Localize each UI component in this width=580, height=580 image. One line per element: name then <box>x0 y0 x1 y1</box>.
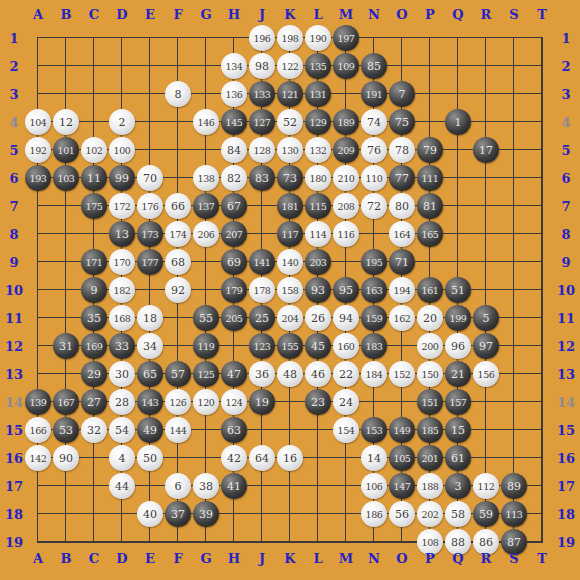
row-label-right-3: 3 <box>561 88 570 101</box>
stone-O16: 105 <box>389 445 415 471</box>
stone-C13: 29 <box>81 361 107 387</box>
stone-H6: 82 <box>221 165 247 191</box>
col-label-bottom-D: D <box>116 552 127 565</box>
stone-K1: 198 <box>277 25 303 51</box>
stone-C9: 171 <box>81 249 107 275</box>
stone-H14: 124 <box>221 389 247 415</box>
col-label-bottom-Q: Q <box>452 552 463 565</box>
stone-K7: 181 <box>277 193 303 219</box>
stone-D14: 28 <box>109 389 135 415</box>
stone-O5: 78 <box>389 137 415 163</box>
col-label-top-S: S <box>509 8 518 21</box>
col-label-bottom-M: M <box>339 552 353 565</box>
row-label-left-5: 5 <box>9 144 18 157</box>
stone-B15: 53 <box>53 417 79 443</box>
stone-O7: 80 <box>389 193 415 219</box>
stone-J12: 123 <box>249 333 275 359</box>
stone-A4: 104 <box>25 109 51 135</box>
stone-K2: 122 <box>277 53 303 79</box>
col-label-bottom-A: A <box>33 552 43 565</box>
stone-D16: 4 <box>109 445 135 471</box>
col-label-bottom-F: F <box>173 552 182 565</box>
stone-P14: 151 <box>417 389 443 415</box>
col-label-top-Q: Q <box>452 8 463 21</box>
row-label-right-5: 5 <box>561 144 570 157</box>
stone-C11: 35 <box>81 305 107 331</box>
stone-L4: 129 <box>305 109 331 135</box>
col-label-top-N: N <box>368 8 380 21</box>
stone-K8: 117 <box>277 221 303 247</box>
stone-J2: 98 <box>249 53 275 79</box>
stone-J5: 128 <box>249 137 275 163</box>
stone-D11: 168 <box>109 305 135 331</box>
stone-O8: 164 <box>389 221 415 247</box>
stone-P18: 202 <box>417 501 443 527</box>
stone-M7: 208 <box>333 193 359 219</box>
row-label-left-1: 1 <box>9 32 18 45</box>
stone-E11: 18 <box>137 305 163 331</box>
stone-M5: 209 <box>333 137 359 163</box>
stone-K4: 52 <box>277 109 303 135</box>
row-label-left-14: 14 <box>5 396 23 409</box>
stone-C6: 11 <box>81 165 107 191</box>
stone-L7: 115 <box>305 193 331 219</box>
stone-D13: 30 <box>109 361 135 387</box>
stone-O9: 71 <box>389 249 415 275</box>
stone-G4: 146 <box>193 109 219 135</box>
stone-N3: 191 <box>361 81 387 107</box>
stone-J14: 19 <box>249 389 275 415</box>
stone-N7: 72 <box>361 193 387 219</box>
stone-R5: 17 <box>473 137 499 163</box>
stone-F8: 174 <box>165 221 191 247</box>
stone-Q16: 61 <box>445 445 471 471</box>
stone-C12: 169 <box>81 333 107 359</box>
stone-L2: 135 <box>305 53 331 79</box>
col-label-bottom-N: N <box>368 552 380 565</box>
stone-E16: 50 <box>137 445 163 471</box>
row-label-left-4: 4 <box>9 116 18 129</box>
stone-J11: 25 <box>249 305 275 331</box>
row-label-right-6: 6 <box>561 172 570 185</box>
stone-O18: 56 <box>389 501 415 527</box>
stone-A6: 193 <box>25 165 51 191</box>
stones-grid: 1961981901971349812213510985813613312113… <box>24 24 556 556</box>
stone-M12: 160 <box>333 333 359 359</box>
stone-N17: 106 <box>361 473 387 499</box>
col-label-bottom-E: E <box>145 552 155 565</box>
col-label-bottom-K: K <box>284 552 295 565</box>
stone-C7: 175 <box>81 193 107 219</box>
row-label-right-16: 16 <box>557 452 575 465</box>
row-label-right-4: 4 <box>561 116 570 129</box>
col-label-top-K: K <box>284 8 295 21</box>
stone-M6: 210 <box>333 165 359 191</box>
stone-O3: 7 <box>389 81 415 107</box>
stone-H15: 63 <box>221 417 247 443</box>
col-label-bottom-T: T <box>537 552 547 565</box>
row-label-left-8: 8 <box>9 228 18 241</box>
stone-L14: 23 <box>305 389 331 415</box>
stone-F10: 92 <box>165 277 191 303</box>
stone-Q14: 157 <box>445 389 471 415</box>
stone-N4: 74 <box>361 109 387 135</box>
stone-P10: 161 <box>417 277 443 303</box>
col-label-bottom-H: H <box>228 552 240 565</box>
stone-P17: 188 <box>417 473 443 499</box>
stone-G12: 119 <box>193 333 219 359</box>
row-label-left-18: 18 <box>5 508 23 521</box>
stone-C10: 9 <box>81 277 107 303</box>
row-label-left-13: 13 <box>5 368 23 381</box>
col-label-top-B: B <box>61 8 72 21</box>
row-label-right-13: 13 <box>557 368 575 381</box>
col-label-top-C: C <box>89 8 99 21</box>
row-label-left-16: 16 <box>5 452 23 465</box>
row-label-left-3: 3 <box>9 88 18 101</box>
stone-H3: 136 <box>221 81 247 107</box>
stone-M15: 154 <box>333 417 359 443</box>
stone-H9: 69 <box>221 249 247 275</box>
stone-L3: 131 <box>305 81 331 107</box>
stone-O13: 152 <box>389 361 415 387</box>
stone-H17: 41 <box>221 473 247 499</box>
row-label-right-18: 18 <box>557 508 575 521</box>
stone-B6: 103 <box>53 165 79 191</box>
row-label-right-15: 15 <box>557 424 575 437</box>
col-label-top-E: E <box>145 8 155 21</box>
row-label-left-2: 2 <box>9 60 18 73</box>
col-label-bottom-C: C <box>89 552 99 565</box>
row-label-right-7: 7 <box>561 200 570 213</box>
col-label-bottom-B: B <box>61 552 72 565</box>
stone-E13: 65 <box>137 361 163 387</box>
row-label-right-9: 9 <box>561 256 570 269</box>
stone-B5: 101 <box>53 137 79 163</box>
stone-F9: 68 <box>165 249 191 275</box>
col-label-top-H: H <box>228 8 240 21</box>
stone-L13: 46 <box>305 361 331 387</box>
stone-A16: 142 <box>25 445 51 471</box>
stone-H4: 145 <box>221 109 247 135</box>
stone-P8: 165 <box>417 221 443 247</box>
col-label-top-G: G <box>200 8 211 21</box>
stone-G8: 206 <box>193 221 219 247</box>
stone-J1: 196 <box>249 25 275 51</box>
stone-O6: 77 <box>389 165 415 191</box>
stone-M14: 24 <box>333 389 359 415</box>
stone-D8: 13 <box>109 221 135 247</box>
stone-N12: 183 <box>361 333 387 359</box>
stone-R13: 156 <box>473 361 499 387</box>
stone-G17: 38 <box>193 473 219 499</box>
stone-E18: 40 <box>137 501 163 527</box>
stone-E15: 49 <box>137 417 163 443</box>
stone-R17: 112 <box>473 473 499 499</box>
stone-B12: 31 <box>53 333 79 359</box>
stone-F7: 66 <box>165 193 191 219</box>
col-label-bottom-O: O <box>396 552 407 565</box>
col-label-top-P: P <box>425 8 435 21</box>
col-label-top-R: R <box>481 8 492 21</box>
col-label-top-D: D <box>116 8 127 21</box>
stone-P12: 200 <box>417 333 443 359</box>
stone-L10: 93 <box>305 277 331 303</box>
stone-L5: 132 <box>305 137 331 163</box>
stone-R18: 59 <box>473 501 499 527</box>
stone-E6: 70 <box>137 165 163 191</box>
stone-E7: 176 <box>137 193 163 219</box>
stone-B4: 12 <box>53 109 79 135</box>
stone-H7: 67 <box>221 193 247 219</box>
row-label-left-9: 9 <box>9 256 18 269</box>
go-kifu-diagram: 1961981901971349812213510985813613312113… <box>0 0 580 580</box>
stone-Q18: 58 <box>445 501 471 527</box>
row-label-right-2: 2 <box>561 60 570 73</box>
stone-D7: 172 <box>109 193 135 219</box>
stone-A14: 139 <box>25 389 51 415</box>
stone-F17: 6 <box>165 473 191 499</box>
stone-O17: 147 <box>389 473 415 499</box>
row-label-left-19: 19 <box>5 536 23 549</box>
stone-O15: 149 <box>389 417 415 443</box>
stone-G13: 125 <box>193 361 219 387</box>
stone-J16: 64 <box>249 445 275 471</box>
col-label-top-L: L <box>313 8 322 21</box>
stone-L1: 190 <box>305 25 331 51</box>
stone-M4: 189 <box>333 109 359 135</box>
stone-D15: 54 <box>109 417 135 443</box>
stone-R12: 97 <box>473 333 499 359</box>
stone-Q11: 199 <box>445 305 471 331</box>
stone-K3: 121 <box>277 81 303 107</box>
stone-A5: 192 <box>25 137 51 163</box>
col-label-bottom-S: S <box>509 552 518 565</box>
stone-K11: 204 <box>277 305 303 331</box>
stone-K13: 48 <box>277 361 303 387</box>
col-label-top-J: J <box>259 8 265 21</box>
stone-M13: 22 <box>333 361 359 387</box>
col-label-bottom-P: P <box>425 552 435 565</box>
stone-J3: 133 <box>249 81 275 107</box>
stone-K16: 16 <box>277 445 303 471</box>
col-label-bottom-G: G <box>200 552 211 565</box>
go-board[interactable]: 1961981901971349812213510985813613312113… <box>24 24 556 556</box>
stone-P6: 111 <box>417 165 443 191</box>
stone-D12: 33 <box>109 333 135 359</box>
stone-M11: 94 <box>333 305 359 331</box>
stone-Q15: 15 <box>445 417 471 443</box>
stone-J10: 178 <box>249 277 275 303</box>
row-label-right-11: 11 <box>557 312 575 325</box>
stone-E12: 34 <box>137 333 163 359</box>
stone-M2: 109 <box>333 53 359 79</box>
stone-D5: 100 <box>109 137 135 163</box>
stone-P15: 185 <box>417 417 443 443</box>
stone-M8: 116 <box>333 221 359 247</box>
stone-E14: 143 <box>137 389 163 415</box>
stone-D17: 44 <box>109 473 135 499</box>
row-label-left-6: 6 <box>9 172 18 185</box>
stone-Q17: 3 <box>445 473 471 499</box>
stone-N15: 153 <box>361 417 387 443</box>
row-label-left-15: 15 <box>5 424 23 437</box>
stone-G18: 39 <box>193 501 219 527</box>
stone-N16: 14 <box>361 445 387 471</box>
stone-D4: 2 <box>109 109 135 135</box>
stone-F3: 8 <box>165 81 191 107</box>
row-label-left-10: 10 <box>5 284 23 297</box>
stone-P11: 20 <box>417 305 443 331</box>
stone-N6: 110 <box>361 165 387 191</box>
stone-L9: 203 <box>305 249 331 275</box>
stone-P7: 81 <box>417 193 443 219</box>
stone-L11: 26 <box>305 305 331 331</box>
row-label-right-8: 8 <box>561 228 570 241</box>
stone-Q13: 21 <box>445 361 471 387</box>
stone-J4: 127 <box>249 109 275 135</box>
stone-Q10: 51 <box>445 277 471 303</box>
stone-L12: 45 <box>305 333 331 359</box>
col-label-bottom-R: R <box>481 552 492 565</box>
stone-D6: 99 <box>109 165 135 191</box>
stone-O4: 75 <box>389 109 415 135</box>
stone-K9: 140 <box>277 249 303 275</box>
stone-B16: 90 <box>53 445 79 471</box>
stone-E9: 177 <box>137 249 163 275</box>
stone-N9: 195 <box>361 249 387 275</box>
row-label-right-17: 17 <box>557 480 575 493</box>
stone-H10: 179 <box>221 277 247 303</box>
stone-Q12: 96 <box>445 333 471 359</box>
stone-P5: 79 <box>417 137 443 163</box>
row-label-right-14: 14 <box>557 396 575 409</box>
stone-Q4: 1 <box>445 109 471 135</box>
stone-N13: 184 <box>361 361 387 387</box>
stone-J6: 83 <box>249 165 275 191</box>
stone-P16: 201 <box>417 445 443 471</box>
stone-F15: 144 <box>165 417 191 443</box>
stone-D9: 170 <box>109 249 135 275</box>
stone-N5: 76 <box>361 137 387 163</box>
stone-C15: 32 <box>81 417 107 443</box>
stone-M1: 197 <box>333 25 359 51</box>
stone-F14: 126 <box>165 389 191 415</box>
stone-S18: 113 <box>501 501 527 527</box>
stone-J13: 36 <box>249 361 275 387</box>
stone-C5: 102 <box>81 137 107 163</box>
row-label-left-12: 12 <box>5 340 23 353</box>
stone-H8: 207 <box>221 221 247 247</box>
row-label-right-12: 12 <box>557 340 575 353</box>
stone-J9: 141 <box>249 249 275 275</box>
stone-R11: 5 <box>473 305 499 331</box>
stone-K12: 155 <box>277 333 303 359</box>
stone-G7: 137 <box>193 193 219 219</box>
row-label-left-11: 11 <box>5 312 23 325</box>
stone-N18: 186 <box>361 501 387 527</box>
stone-F18: 37 <box>165 501 191 527</box>
stone-H11: 205 <box>221 305 247 331</box>
col-label-bottom-L: L <box>313 552 322 565</box>
stone-D10: 182 <box>109 277 135 303</box>
col-label-top-A: A <box>33 8 43 21</box>
row-label-right-1: 1 <box>561 32 570 45</box>
stone-O11: 162 <box>389 305 415 331</box>
row-label-right-19: 19 <box>557 536 575 549</box>
stone-G14: 120 <box>193 389 219 415</box>
stone-K10: 158 <box>277 277 303 303</box>
stone-K5: 130 <box>277 137 303 163</box>
col-label-top-F: F <box>173 8 182 21</box>
stone-H2: 134 <box>221 53 247 79</box>
stone-N2: 85 <box>361 53 387 79</box>
stone-E8: 173 <box>137 221 163 247</box>
stone-S17: 89 <box>501 473 527 499</box>
stone-G11: 55 <box>193 305 219 331</box>
stone-A15: 166 <box>25 417 51 443</box>
row-label-left-7: 7 <box>9 200 18 213</box>
stone-M10: 95 <box>333 277 359 303</box>
stone-H16: 42 <box>221 445 247 471</box>
stone-K6: 73 <box>277 165 303 191</box>
stone-O10: 194 <box>389 277 415 303</box>
stone-L8: 114 <box>305 221 331 247</box>
stone-B14: 167 <box>53 389 79 415</box>
row-label-right-10: 10 <box>557 284 575 297</box>
col-label-top-O: O <box>396 8 407 21</box>
stone-L6: 180 <box>305 165 331 191</box>
col-label-top-T: T <box>537 8 547 21</box>
col-label-top-M: M <box>339 8 353 21</box>
stone-F13: 57 <box>165 361 191 387</box>
stone-H5: 84 <box>221 137 247 163</box>
col-label-bottom-J: J <box>259 552 265 565</box>
stone-N11: 159 <box>361 305 387 331</box>
stone-G6: 138 <box>193 165 219 191</box>
stone-P13: 150 <box>417 361 443 387</box>
stone-H13: 47 <box>221 361 247 387</box>
stone-C14: 27 <box>81 389 107 415</box>
stone-N10: 163 <box>361 277 387 303</box>
row-label-left-17: 17 <box>5 480 23 493</box>
